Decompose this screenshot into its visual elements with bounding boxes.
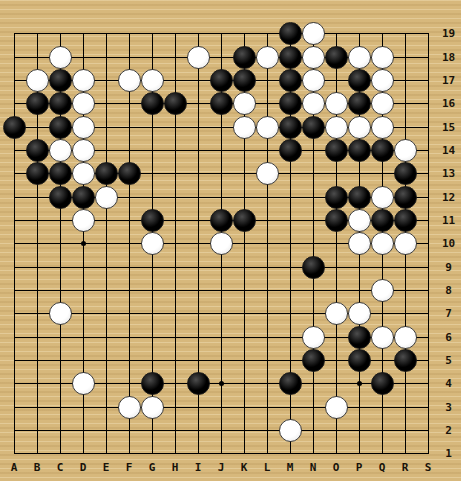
point-F14[interactable] — [118, 139, 141, 162]
point-F12[interactable] — [118, 186, 141, 209]
point-E5[interactable] — [95, 349, 118, 372]
point-B6[interactable] — [26, 326, 49, 349]
point-G18[interactable] — [141, 46, 164, 69]
point-O4[interactable] — [325, 372, 348, 395]
point-H10[interactable] — [164, 232, 187, 255]
point-E12[interactable] — [95, 186, 118, 209]
point-R18[interactable] — [394, 46, 417, 69]
point-O16[interactable] — [325, 92, 348, 115]
point-H14[interactable] — [164, 139, 187, 162]
point-B9[interactable] — [26, 256, 49, 279]
point-C4[interactable] — [49, 372, 72, 395]
point-C3[interactable] — [49, 396, 72, 419]
point-B13[interactable] — [26, 162, 49, 185]
point-L13[interactable] — [256, 162, 279, 185]
point-G4[interactable] — [141, 372, 164, 395]
point-M8[interactable] — [279, 279, 302, 302]
point-Q9[interactable] — [371, 256, 394, 279]
point-H17[interactable] — [164, 69, 187, 92]
point-B5[interactable] — [26, 349, 49, 372]
point-P17[interactable] — [348, 69, 371, 92]
point-B14[interactable] — [26, 139, 49, 162]
point-P7[interactable] — [348, 302, 371, 325]
point-F18[interactable] — [118, 46, 141, 69]
point-H16[interactable] — [164, 92, 187, 115]
point-D19[interactable] — [72, 22, 95, 45]
point-B4[interactable] — [26, 372, 49, 395]
point-K4[interactable] — [233, 372, 256, 395]
point-R16[interactable] — [394, 92, 417, 115]
point-E2[interactable] — [95, 419, 118, 442]
point-I9[interactable] — [187, 256, 210, 279]
point-G19[interactable] — [141, 22, 164, 45]
point-O8[interactable] — [325, 279, 348, 302]
point-R6[interactable] — [394, 326, 417, 349]
point-R12[interactable] — [394, 186, 417, 209]
point-H3[interactable] — [164, 396, 187, 419]
point-I14[interactable] — [187, 139, 210, 162]
point-Q12[interactable] — [371, 186, 394, 209]
point-A11[interactable] — [3, 209, 26, 232]
point-J11[interactable] — [210, 209, 233, 232]
point-A3[interactable] — [3, 396, 26, 419]
point-R14[interactable] — [394, 139, 417, 162]
point-O11[interactable] — [325, 209, 348, 232]
point-E16[interactable] — [95, 92, 118, 115]
point-B17[interactable] — [26, 69, 49, 92]
point-M12[interactable] — [279, 186, 302, 209]
point-P2[interactable] — [348, 419, 371, 442]
point-A15[interactable] — [3, 116, 26, 139]
point-P11[interactable] — [348, 209, 371, 232]
point-R8[interactable] — [394, 279, 417, 302]
point-M11[interactable] — [279, 209, 302, 232]
point-G6[interactable] — [141, 326, 164, 349]
point-M16[interactable] — [279, 92, 302, 115]
point-C12[interactable] — [49, 186, 72, 209]
point-E17[interactable] — [95, 69, 118, 92]
point-G14[interactable] — [141, 139, 164, 162]
point-C15[interactable] — [49, 116, 72, 139]
point-J15[interactable] — [210, 116, 233, 139]
point-C9[interactable] — [49, 256, 72, 279]
point-D3[interactable] — [72, 396, 95, 419]
point-E13[interactable] — [95, 162, 118, 185]
point-O15[interactable] — [325, 116, 348, 139]
point-B8[interactable] — [26, 279, 49, 302]
point-R11[interactable] — [394, 209, 417, 232]
point-G9[interactable] — [141, 256, 164, 279]
point-K14[interactable] — [233, 139, 256, 162]
point-O17[interactable] — [325, 69, 348, 92]
point-C5[interactable] — [49, 349, 72, 372]
point-J7[interactable] — [210, 302, 233, 325]
point-A2[interactable] — [3, 419, 26, 442]
point-P9[interactable] — [348, 256, 371, 279]
point-I2[interactable] — [187, 419, 210, 442]
point-K9[interactable] — [233, 256, 256, 279]
point-L12[interactable] — [256, 186, 279, 209]
point-C19[interactable] — [49, 22, 72, 45]
point-B2[interactable] — [26, 419, 49, 442]
point-I18[interactable] — [187, 46, 210, 69]
point-H7[interactable] — [164, 302, 187, 325]
point-P8[interactable] — [348, 279, 371, 302]
point-E9[interactable] — [95, 256, 118, 279]
point-D11[interactable] — [72, 209, 95, 232]
point-L3[interactable] — [256, 396, 279, 419]
point-E11[interactable] — [95, 209, 118, 232]
point-P15[interactable] — [348, 116, 371, 139]
point-Q15[interactable] — [371, 116, 394, 139]
point-M15[interactable] — [279, 116, 302, 139]
point-B18[interactable] — [26, 46, 49, 69]
point-Q18[interactable] — [371, 46, 394, 69]
point-K5[interactable] — [233, 349, 256, 372]
point-Q2[interactable] — [371, 419, 394, 442]
point-H13[interactable] — [164, 162, 187, 185]
point-B7[interactable] — [26, 302, 49, 325]
point-A13[interactable] — [3, 162, 26, 185]
point-G17[interactable] — [141, 69, 164, 92]
point-L11[interactable] — [256, 209, 279, 232]
point-N9[interactable] — [302, 256, 325, 279]
point-H6[interactable] — [164, 326, 187, 349]
point-L15[interactable] — [256, 116, 279, 139]
point-R3[interactable] — [394, 396, 417, 419]
point-D5[interactable] — [72, 349, 95, 372]
point-B15[interactable] — [26, 116, 49, 139]
point-R5[interactable] — [394, 349, 417, 372]
point-R10[interactable] — [394, 232, 417, 255]
point-I17[interactable] — [187, 69, 210, 92]
point-I19[interactable] — [187, 22, 210, 45]
point-I15[interactable] — [187, 116, 210, 139]
point-N5[interactable] — [302, 349, 325, 372]
point-Q4[interactable] — [371, 372, 394, 395]
point-N7[interactable] — [302, 302, 325, 325]
point-F5[interactable] — [118, 349, 141, 372]
point-Q17[interactable] — [371, 69, 394, 92]
point-I4[interactable] — [187, 372, 210, 395]
point-N10[interactable] — [302, 232, 325, 255]
point-C16[interactable] — [49, 92, 72, 115]
point-O14[interactable] — [325, 139, 348, 162]
point-E15[interactable] — [95, 116, 118, 139]
point-D16[interactable] — [72, 92, 95, 115]
point-K13[interactable] — [233, 162, 256, 185]
point-F4[interactable] — [118, 372, 141, 395]
point-J8[interactable] — [210, 279, 233, 302]
point-F11[interactable] — [118, 209, 141, 232]
point-P14[interactable] — [348, 139, 371, 162]
point-J9[interactable] — [210, 256, 233, 279]
point-B11[interactable] — [26, 209, 49, 232]
point-R19[interactable] — [394, 22, 417, 45]
point-N15[interactable] — [302, 116, 325, 139]
point-H9[interactable] — [164, 256, 187, 279]
point-F16[interactable] — [118, 92, 141, 115]
point-A17[interactable] — [3, 69, 26, 92]
point-M3[interactable] — [279, 396, 302, 419]
point-J16[interactable] — [210, 92, 233, 115]
point-C10[interactable] — [49, 232, 72, 255]
point-L18[interactable] — [256, 46, 279, 69]
point-E6[interactable] — [95, 326, 118, 349]
point-B19[interactable] — [26, 22, 49, 45]
point-A12[interactable] — [3, 186, 26, 209]
point-M19[interactable] — [279, 22, 302, 45]
point-M14[interactable] — [279, 139, 302, 162]
point-A14[interactable] — [3, 139, 26, 162]
point-C13[interactable] — [49, 162, 72, 185]
point-I13[interactable] — [187, 162, 210, 185]
point-K17[interactable] — [233, 69, 256, 92]
point-D17[interactable] — [72, 69, 95, 92]
point-C6[interactable] — [49, 326, 72, 349]
point-Q8[interactable] — [371, 279, 394, 302]
point-O19[interactable] — [325, 22, 348, 45]
point-N18[interactable] — [302, 46, 325, 69]
point-E18[interactable] — [95, 46, 118, 69]
point-K7[interactable] — [233, 302, 256, 325]
point-G15[interactable] — [141, 116, 164, 139]
point-C17[interactable] — [49, 69, 72, 92]
point-O13[interactable] — [325, 162, 348, 185]
point-N17[interactable] — [302, 69, 325, 92]
point-L19[interactable] — [256, 22, 279, 45]
point-E7[interactable] — [95, 302, 118, 325]
point-M13[interactable] — [279, 162, 302, 185]
point-Q11[interactable] — [371, 209, 394, 232]
point-N2[interactable] — [302, 419, 325, 442]
point-G13[interactable] — [141, 162, 164, 185]
point-P3[interactable] — [348, 396, 371, 419]
point-H12[interactable] — [164, 186, 187, 209]
point-E14[interactable] — [95, 139, 118, 162]
point-A10[interactable] — [3, 232, 26, 255]
point-P13[interactable] — [348, 162, 371, 185]
point-J18[interactable] — [210, 46, 233, 69]
point-G10[interactable] — [141, 232, 164, 255]
point-C14[interactable] — [49, 139, 72, 162]
point-D10[interactable] — [72, 232, 95, 255]
point-R2[interactable] — [394, 419, 417, 442]
point-H4[interactable] — [164, 372, 187, 395]
point-J5[interactable] — [210, 349, 233, 372]
point-G11[interactable] — [141, 209, 164, 232]
point-M17[interactable] — [279, 69, 302, 92]
point-I5[interactable] — [187, 349, 210, 372]
point-L14[interactable] — [256, 139, 279, 162]
point-N11[interactable] — [302, 209, 325, 232]
point-F10[interactable] — [118, 232, 141, 255]
point-P18[interactable] — [348, 46, 371, 69]
point-P10[interactable] — [348, 232, 371, 255]
point-G3[interactable] — [141, 396, 164, 419]
point-Q7[interactable] — [371, 302, 394, 325]
point-A9[interactable] — [3, 256, 26, 279]
point-B10[interactable] — [26, 232, 49, 255]
point-K15[interactable] — [233, 116, 256, 139]
point-P6[interactable] — [348, 326, 371, 349]
point-R15[interactable] — [394, 116, 417, 139]
point-O18[interactable] — [325, 46, 348, 69]
point-M4[interactable] — [279, 372, 302, 395]
point-O12[interactable] — [325, 186, 348, 209]
point-M18[interactable] — [279, 46, 302, 69]
point-O9[interactable] — [325, 256, 348, 279]
point-E4[interactable] — [95, 372, 118, 395]
point-Q13[interactable] — [371, 162, 394, 185]
point-F17[interactable] — [118, 69, 141, 92]
point-A7[interactable] — [3, 302, 26, 325]
point-F6[interactable] — [118, 326, 141, 349]
point-R13[interactable] — [394, 162, 417, 185]
point-N12[interactable] — [302, 186, 325, 209]
point-P16[interactable] — [348, 92, 371, 115]
point-F2[interactable] — [118, 419, 141, 442]
point-C18[interactable] — [49, 46, 72, 69]
point-Q10[interactable] — [371, 232, 394, 255]
point-P4[interactable] — [348, 372, 371, 395]
point-H19[interactable] — [164, 22, 187, 45]
point-D7[interactable] — [72, 302, 95, 325]
point-Q6[interactable] — [371, 326, 394, 349]
point-J6[interactable] — [210, 326, 233, 349]
point-Q14[interactable] — [371, 139, 394, 162]
point-L6[interactable] — [256, 326, 279, 349]
point-A8[interactable] — [3, 279, 26, 302]
point-D6[interactable] — [72, 326, 95, 349]
point-R7[interactable] — [394, 302, 417, 325]
point-O6[interactable] — [325, 326, 348, 349]
point-A18[interactable] — [3, 46, 26, 69]
point-G16[interactable] — [141, 92, 164, 115]
point-N3[interactable] — [302, 396, 325, 419]
point-A16[interactable] — [3, 92, 26, 115]
point-P19[interactable] — [348, 22, 371, 45]
point-I3[interactable] — [187, 396, 210, 419]
point-D2[interactable] — [72, 419, 95, 442]
point-M9[interactable] — [279, 256, 302, 279]
point-J12[interactable] — [210, 186, 233, 209]
point-O5[interactable] — [325, 349, 348, 372]
point-I16[interactable] — [187, 92, 210, 115]
point-M5[interactable] — [279, 349, 302, 372]
point-N4[interactable] — [302, 372, 325, 395]
point-I8[interactable] — [187, 279, 210, 302]
point-H11[interactable] — [164, 209, 187, 232]
point-F8[interactable] — [118, 279, 141, 302]
point-A19[interactable] — [3, 22, 26, 45]
point-H15[interactable] — [164, 116, 187, 139]
point-L5[interactable] — [256, 349, 279, 372]
point-J4[interactable] — [210, 372, 233, 395]
point-I10[interactable] — [187, 232, 210, 255]
point-L10[interactable] — [256, 232, 279, 255]
point-K10[interactable] — [233, 232, 256, 255]
point-C11[interactable] — [49, 209, 72, 232]
point-D15[interactable] — [72, 116, 95, 139]
point-E19[interactable] — [95, 22, 118, 45]
point-G8[interactable] — [141, 279, 164, 302]
point-J13[interactable] — [210, 162, 233, 185]
point-C2[interactable] — [49, 419, 72, 442]
point-N14[interactable] — [302, 139, 325, 162]
point-H2[interactable] — [164, 419, 187, 442]
point-I6[interactable] — [187, 326, 210, 349]
point-D13[interactable] — [72, 162, 95, 185]
point-C7[interactable] — [49, 302, 72, 325]
point-P12[interactable] — [348, 186, 371, 209]
point-D9[interactable] — [72, 256, 95, 279]
point-I7[interactable] — [187, 302, 210, 325]
point-D8[interactable] — [72, 279, 95, 302]
point-J14[interactable] — [210, 139, 233, 162]
point-J3[interactable] — [210, 396, 233, 419]
point-J19[interactable] — [210, 22, 233, 45]
point-F15[interactable] — [118, 116, 141, 139]
point-Q3[interactable] — [371, 396, 394, 419]
point-A5[interactable] — [3, 349, 26, 372]
point-K18[interactable] — [233, 46, 256, 69]
point-R9[interactable] — [394, 256, 417, 279]
point-I11[interactable] — [187, 209, 210, 232]
point-B12[interactable] — [26, 186, 49, 209]
point-G7[interactable] — [141, 302, 164, 325]
point-L2[interactable] — [256, 419, 279, 442]
point-R4[interactable] — [394, 372, 417, 395]
point-F13[interactable] — [118, 162, 141, 185]
point-O7[interactable] — [325, 302, 348, 325]
point-K11[interactable] — [233, 209, 256, 232]
point-L7[interactable] — [256, 302, 279, 325]
point-L16[interactable] — [256, 92, 279, 115]
point-K3[interactable] — [233, 396, 256, 419]
point-Q5[interactable] — [371, 349, 394, 372]
point-K12[interactable] — [233, 186, 256, 209]
point-H5[interactable] — [164, 349, 187, 372]
point-L4[interactable] — [256, 372, 279, 395]
point-L17[interactable] — [256, 69, 279, 92]
point-G5[interactable] — [141, 349, 164, 372]
point-L8[interactable] — [256, 279, 279, 302]
point-K2[interactable] — [233, 419, 256, 442]
point-J10[interactable] — [210, 232, 233, 255]
point-G2[interactable] — [141, 419, 164, 442]
point-Q19[interactable] — [371, 22, 394, 45]
point-A6[interactable] — [3, 326, 26, 349]
point-N19[interactable] — [302, 22, 325, 45]
point-N16[interactable] — [302, 92, 325, 115]
point-O2[interactable] — [325, 419, 348, 442]
point-N13[interactable] — [302, 162, 325, 185]
point-J2[interactable] — [210, 419, 233, 442]
point-P5[interactable] — [348, 349, 371, 372]
point-F7[interactable] — [118, 302, 141, 325]
point-F9[interactable] — [118, 256, 141, 279]
point-B16[interactable] — [26, 92, 49, 115]
point-N6[interactable] — [302, 326, 325, 349]
point-I12[interactable] — [187, 186, 210, 209]
point-H8[interactable] — [164, 279, 187, 302]
point-K16[interactable] — [233, 92, 256, 115]
point-D14[interactable] — [72, 139, 95, 162]
point-D18[interactable] — [72, 46, 95, 69]
point-K8[interactable] — [233, 279, 256, 302]
point-M7[interactable] — [279, 302, 302, 325]
